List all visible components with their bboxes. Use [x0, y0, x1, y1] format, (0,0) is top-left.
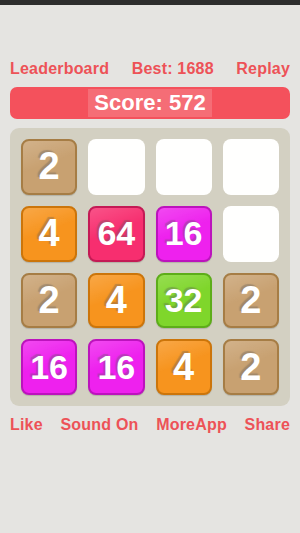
app-screen: Leaderboard Best: 1688 Replay Score: 572… — [0, 0, 300, 533]
tile-2: 2 — [21, 273, 77, 329]
tile-4: 4 — [88, 273, 144, 329]
tile-2: 2 — [21, 139, 77, 195]
tile-16: 16 — [156, 206, 212, 262]
like-button[interactable]: Like — [10, 416, 43, 434]
tile-2: 2 — [223, 273, 279, 329]
tile-2: 2 — [223, 339, 279, 395]
score-label: Score: 572 — [88, 89, 211, 117]
bottom-bar: Like Sound On MoreApp Share — [10, 414, 290, 436]
tile-64: 64 — [88, 206, 144, 262]
empty-cell — [156, 139, 212, 195]
sound-toggle-button[interactable]: Sound On — [60, 416, 138, 434]
tile-16: 16 — [21, 339, 77, 395]
score-bar: Score: 572 — [10, 87, 290, 119]
top-bar: Leaderboard Best: 1688 Replay — [10, 56, 290, 82]
empty-cell — [223, 139, 279, 195]
empty-cell — [88, 139, 144, 195]
tile-4: 4 — [156, 339, 212, 395]
tile-16: 16 — [88, 339, 144, 395]
status-bar — [0, 0, 300, 5]
moreapp-button[interactable]: MoreApp — [156, 416, 227, 434]
tile-32: 32 — [156, 273, 212, 329]
empty-cell — [223, 206, 279, 262]
game-board[interactable]: 24641624322161642 — [10, 128, 290, 406]
tile-4: 4 — [21, 206, 77, 262]
share-button[interactable]: Share — [245, 416, 290, 434]
leaderboard-button[interactable]: Leaderboard — [10, 60, 109, 78]
best-score-label: Best: 1688 — [132, 60, 214, 78]
replay-button[interactable]: Replay — [236, 60, 290, 78]
